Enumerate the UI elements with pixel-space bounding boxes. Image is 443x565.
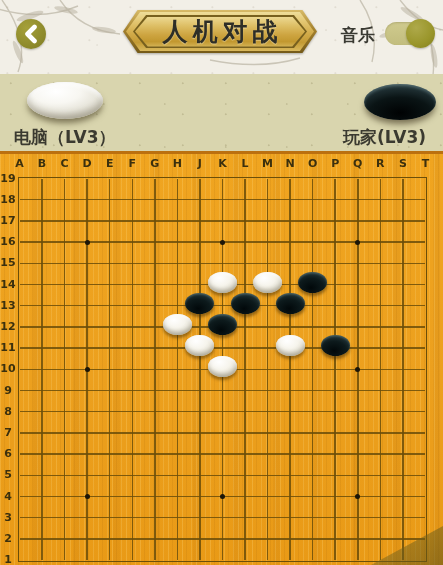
col-label-H: H (169, 157, 185, 170)
grid-hline (20, 305, 426, 307)
col-label-A: A (12, 157, 28, 170)
stone-white-K14: ○ (208, 272, 237, 293)
grid-hline (20, 517, 426, 519)
star-point-D16 (85, 240, 90, 245)
stone-black-L13: ● (231, 293, 260, 314)
col-label-R: R (372, 157, 388, 170)
stone-white-M14: ○ (253, 272, 282, 293)
grid-hline (20, 347, 426, 349)
music-control: 音乐 (341, 18, 437, 50)
col-label-B: B (34, 157, 50, 170)
row-label-11: 11 (0, 341, 16, 354)
player-label: 玩家(LV3) (343, 126, 426, 149)
col-label-P: P (327, 157, 343, 170)
row-label-15: 15 (0, 256, 16, 269)
grid-hline (20, 453, 426, 455)
row-label-6: 6 (0, 447, 16, 460)
grid-hline (20, 263, 426, 265)
star-point-D10 (85, 367, 90, 372)
col-label-L: L (237, 157, 253, 170)
row-label-10: 10 (0, 362, 16, 375)
computer-white-stone-avatar (27, 82, 103, 119)
row-label-3: 3 (0, 511, 16, 524)
chevron-left-icon (22, 24, 40, 44)
grid-hline (20, 475, 426, 477)
col-label-J: J (192, 157, 208, 170)
col-label-E: E (102, 157, 118, 170)
col-label-D: D (79, 157, 95, 170)
stone-black-P11: ● (321, 335, 350, 356)
stone-black-O14: ● (298, 272, 327, 293)
row-label-14: 14 (0, 278, 16, 291)
col-label-F: F (124, 157, 140, 170)
col-label-G: G (147, 157, 163, 170)
music-toggle[interactable] (385, 22, 432, 45)
star-point-Q16 (355, 240, 360, 245)
grid-hline (20, 390, 426, 392)
grid-hline (20, 220, 426, 222)
row-label-5: 5 (0, 468, 16, 481)
music-toggle-knob (406, 19, 435, 48)
col-label-Q: Q (350, 157, 366, 170)
col-label-M: M (260, 157, 276, 170)
row-label-8: 8 (0, 405, 16, 418)
stone-white-H12: ○ (163, 314, 192, 335)
grid-hline (20, 538, 426, 540)
stone-black-N13: ● (276, 293, 305, 314)
player-black-stone-avatar (364, 84, 436, 120)
row-label-17: 17 (0, 214, 16, 227)
col-label-C: C (57, 157, 73, 170)
row-label-1: 1 (0, 553, 16, 565)
col-label-O: O (305, 157, 321, 170)
row-label-19: 19 (0, 172, 16, 185)
go-board[interactable]: ABCDEFGHJKLMNOPQRST191817161514131211109… (0, 154, 443, 565)
star-point-K16 (220, 240, 225, 245)
star-point-D4 (85, 494, 90, 499)
stone-black-J13: ● (185, 293, 214, 314)
music-label: 音乐 (341, 24, 375, 47)
row-label-16: 16 (0, 235, 16, 248)
grid-hline (20, 411, 426, 413)
computer-label: 电脑（LV3） (14, 126, 115, 149)
back-button[interactable] (16, 19, 46, 49)
row-label-4: 4 (0, 490, 16, 503)
row-label-9: 9 (0, 384, 16, 397)
app-screen: 人机对战 音乐 电脑（LV3） 玩家(LV3) ABCDEFGHJKLMNOPQ… (0, 0, 443, 565)
star-point-K4 (220, 494, 225, 499)
col-label-K: K (214, 157, 230, 170)
grid-hline (20, 432, 426, 434)
col-label-S: S (395, 157, 411, 170)
col-label-T: T (417, 157, 433, 170)
grid-hline (20, 199, 426, 201)
row-label-13: 13 (0, 299, 16, 312)
row-label-18: 18 (0, 193, 16, 206)
col-label-N: N (282, 157, 298, 170)
row-label-7: 7 (0, 426, 16, 439)
page-title: 人机对战 (158, 15, 283, 48)
row-label-12: 12 (0, 320, 16, 333)
title-plaque: 人机对战 (123, 10, 317, 53)
stone-white-N11: ○ (276, 335, 305, 356)
row-label-2: 2 (0, 532, 16, 545)
board-layer: ABCDEFGHJKLMNOPQRST191817161514131211109… (0, 154, 443, 565)
stone-black-K12: ● (208, 314, 237, 335)
